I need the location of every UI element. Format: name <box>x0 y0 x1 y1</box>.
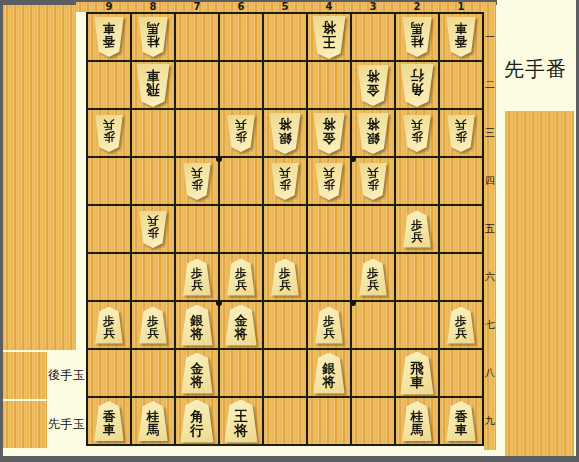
piece-sente-P-1g[interactable]: 歩兵 <box>446 307 476 344</box>
cell-1d[interactable] <box>440 158 482 204</box>
koma-wrap: 王将 <box>311 16 347 59</box>
piece-gote-B-2b[interactable]: 角行 <box>399 64 435 107</box>
gote-king-box[interactable] <box>3 352 47 399</box>
piece-gote-G-4c[interactable]: 金将 <box>312 113 346 154</box>
cell-4i[interactable] <box>308 398 350 444</box>
koma-wrap: 歩兵 <box>402 115 432 152</box>
cell-1f[interactable] <box>440 254 482 300</box>
piece-gote-P-3d[interactable]: 歩兵 <box>358 163 388 200</box>
hoshi-dot <box>216 156 222 162</box>
hoshi-dot <box>216 300 222 306</box>
cell-6a[interactable] <box>220 14 262 60</box>
cell-3g[interactable] <box>352 302 394 348</box>
gote-king-label: 後手玉 <box>48 367 86 384</box>
rank-label-5: 五 <box>484 223 496 235</box>
cell-4h[interactable]: 銀将 <box>308 350 350 396</box>
cell-7g[interactable]: 銀将 <box>176 302 218 348</box>
cell-6b[interactable] <box>220 62 262 108</box>
shogi-board: 香車桂馬王将桂馬香車飛車金将角行歩兵歩兵銀将金将銀将歩兵歩兵歩兵歩兵歩兵歩兵歩兵… <box>86 12 484 446</box>
cell-7e[interactable] <box>176 206 218 252</box>
rank-label-2: 二 <box>484 79 496 91</box>
koma-wrap: 歩兵 <box>182 259 212 296</box>
koma-wrap: 歩兵 <box>226 259 256 296</box>
koma-wrap: 歩兵 <box>226 115 256 152</box>
piece-sente-N-2i[interactable]: 桂馬 <box>401 401 433 441</box>
cell-9h[interactable] <box>88 350 130 396</box>
cell-3f[interactable]: 歩兵 <box>352 254 394 300</box>
cell-3e[interactable] <box>352 206 394 252</box>
hoshi-dot <box>350 300 356 306</box>
cell-8i[interactable]: 桂馬 <box>132 398 174 444</box>
koma-wrap: 桂馬 <box>401 401 433 441</box>
file-label-4: 4 <box>323 2 335 12</box>
koma-wrap: 歩兵 <box>270 259 300 296</box>
file-label-3: 3 <box>367 2 379 12</box>
cell-2c[interactable]: 歩兵 <box>396 110 438 156</box>
rank-label-1: 一 <box>484 31 496 43</box>
cell-4a[interactable]: 王将 <box>308 14 350 60</box>
piece-gote-S-3c[interactable]: 銀将 <box>356 113 390 154</box>
cell-8e[interactable]: 歩兵 <box>132 206 174 252</box>
piece-gote-P-6c[interactable]: 歩兵 <box>226 115 256 152</box>
cell-1e[interactable] <box>440 206 482 252</box>
rank-label-9: 九 <box>484 415 496 427</box>
cell-6g[interactable]: 金将 <box>220 302 262 348</box>
cell-5a[interactable] <box>264 14 306 60</box>
sente-komadai-tray[interactable] <box>505 111 574 456</box>
piece-sente-P-7f[interactable]: 歩兵 <box>182 259 212 296</box>
cell-3i[interactable] <box>352 398 394 444</box>
cell-1b[interactable] <box>440 62 482 108</box>
koma-wrap: 歩兵 <box>138 211 168 248</box>
koma-wrap: 歩兵 <box>402 211 432 248</box>
rank-label-strip: 一二三四五六七八九 <box>484 2 496 450</box>
piece-gote-P-7d[interactable]: 歩兵 <box>182 163 212 200</box>
koma-wrap: 桂馬 <box>401 17 433 57</box>
cell-5h[interactable] <box>264 350 306 396</box>
cell-4e[interactable] <box>308 206 350 252</box>
piece-sente-G-7h[interactable]: 金将 <box>180 353 214 394</box>
cell-3b[interactable]: 金将 <box>352 62 394 108</box>
koma-wrap: 桂馬 <box>137 401 169 441</box>
piece-sente-S-7g[interactable]: 銀将 <box>180 305 214 346</box>
piece-gote-N-8a[interactable]: 桂馬 <box>137 17 169 57</box>
file-label-6: 6 <box>235 2 247 12</box>
piece-gote-R-8b[interactable]: 飛車 <box>135 64 171 107</box>
koma-wrap: 金将 <box>180 353 214 394</box>
sente-king-label: 先手玉 <box>48 416 86 433</box>
cell-6f[interactable]: 歩兵 <box>220 254 262 300</box>
koma-wrap: 歩兵 <box>446 307 476 344</box>
sente-king-box[interactable] <box>3 401 47 448</box>
cell-4d[interactable]: 歩兵 <box>308 158 350 204</box>
cell-4g[interactable]: 歩兵 <box>308 302 350 348</box>
cell-7i[interactable]: 角行 <box>176 398 218 444</box>
cell-8d[interactable] <box>132 158 174 204</box>
piece-gote-K-4a[interactable]: 王将 <box>311 16 347 59</box>
shogi-app: 987654321 一二三四五六七八九 後手玉 先手玉 先手番 香車桂馬王将桂馬… <box>0 0 579 462</box>
cell-2h[interactable]: 飛車 <box>396 350 438 396</box>
koma-wrap: 歩兵 <box>358 163 388 200</box>
rank-label-6: 六 <box>484 271 496 283</box>
piece-gote-P-8e[interactable]: 歩兵 <box>138 211 168 248</box>
piece-gote-N-2a[interactable]: 桂馬 <box>401 17 433 57</box>
file-label-9: 9 <box>103 2 115 12</box>
rank-label-3: 三 <box>484 127 496 139</box>
cell-9b[interactable] <box>88 62 130 108</box>
cell-1h[interactable] <box>440 350 482 396</box>
cell-8h[interactable] <box>132 350 174 396</box>
cell-9d[interactable] <box>88 158 130 204</box>
koma-wrap: 銀将 <box>268 113 302 154</box>
cell-4c[interactable]: 金将 <box>308 110 350 156</box>
cell-7a[interactable] <box>176 14 218 60</box>
file-label-1: 1 <box>455 2 467 12</box>
cell-7f[interactable]: 歩兵 <box>176 254 218 300</box>
cell-7h[interactable]: 金将 <box>176 350 218 396</box>
piece-gote-L-9a[interactable]: 香車 <box>93 17 125 57</box>
outer-frame-bottom <box>0 456 579 462</box>
file-label-7: 7 <box>191 2 203 12</box>
rank-label-7: 七 <box>484 319 496 331</box>
rank-label-4: 四 <box>484 175 496 187</box>
koma-wrap: 桂馬 <box>137 17 169 57</box>
cell-5d[interactable]: 歩兵 <box>264 158 306 204</box>
cell-6h[interactable] <box>220 350 262 396</box>
cell-2g[interactable] <box>396 302 438 348</box>
piece-gote-G-3b[interactable]: 金将 <box>356 65 390 106</box>
koma-wrap: 香車 <box>93 401 125 441</box>
cell-2f[interactable] <box>396 254 438 300</box>
file-label-8: 8 <box>147 2 159 12</box>
cell-8a[interactable]: 桂馬 <box>132 14 174 60</box>
cell-8b[interactable]: 飛車 <box>132 62 174 108</box>
piece-sente-R-2h[interactable]: 飛車 <box>399 352 435 395</box>
piece-sente-N-8i[interactable]: 桂馬 <box>137 401 169 441</box>
cell-7b[interactable] <box>176 62 218 108</box>
cell-5b[interactable] <box>264 62 306 108</box>
cell-2a[interactable]: 桂馬 <box>396 14 438 60</box>
koma-wrap: 香車 <box>445 17 477 57</box>
gote-komadai-tray[interactable] <box>3 5 76 350</box>
cell-7c[interactable] <box>176 110 218 156</box>
cell-9c[interactable]: 歩兵 <box>88 110 130 156</box>
koma-wrap: 角行 <box>179 400 215 443</box>
cell-2e[interactable]: 歩兵 <box>396 206 438 252</box>
cell-6c[interactable]: 歩兵 <box>220 110 262 156</box>
cell-3c[interactable]: 銀将 <box>352 110 394 156</box>
cell-2d[interactable] <box>396 158 438 204</box>
koma-wrap: 銀将 <box>312 353 346 394</box>
hoshi-dot <box>350 156 356 162</box>
koma-wrap: 金将 <box>224 305 258 346</box>
cell-4b[interactable] <box>308 62 350 108</box>
koma-wrap: 金将 <box>356 65 390 106</box>
cell-5c[interactable]: 銀将 <box>264 110 306 156</box>
koma-wrap: 歩兵 <box>94 307 124 344</box>
koma-wrap: 銀将 <box>180 305 214 346</box>
cell-8c[interactable] <box>132 110 174 156</box>
koma-wrap: 金将 <box>312 113 346 154</box>
piece-gote-S-5c[interactable]: 銀将 <box>268 113 302 154</box>
piece-sente-G-6g[interactable]: 金将 <box>224 305 258 346</box>
cell-9a[interactable]: 香車 <box>88 14 130 60</box>
file-label-strip: 987654321 <box>76 2 496 12</box>
cell-5f[interactable]: 歩兵 <box>264 254 306 300</box>
koma-wrap: 飛車 <box>135 64 171 107</box>
koma-wrap: 香車 <box>93 17 125 57</box>
koma-wrap: 銀将 <box>356 113 390 154</box>
turn-indicator: 先手番 <box>504 56 567 83</box>
piece-sente-P-8g[interactable]: 歩兵 <box>138 307 168 344</box>
cell-1c[interactable]: 歩兵 <box>440 110 482 156</box>
piece-sente-L-1i[interactable]: 香車 <box>445 401 477 441</box>
cell-1a[interactable]: 香車 <box>440 14 482 60</box>
koma-wrap: 王将 <box>223 400 259 443</box>
cell-6i[interactable]: 王将 <box>220 398 262 444</box>
piece-gote-P-4d[interactable]: 歩兵 <box>314 163 344 200</box>
piece-gote-P-5d[interactable]: 歩兵 <box>270 163 300 200</box>
piece-sente-P-3f[interactable]: 歩兵 <box>358 259 388 296</box>
cell-9i[interactable]: 香車 <box>88 398 130 444</box>
cell-9f[interactable] <box>88 254 130 300</box>
cell-9g[interactable]: 歩兵 <box>88 302 130 348</box>
piece-gote-L-1a[interactable]: 香車 <box>445 17 477 57</box>
cell-2i[interactable]: 桂馬 <box>396 398 438 444</box>
cell-7d[interactable]: 歩兵 <box>176 158 218 204</box>
koma-wrap: 香車 <box>445 401 477 441</box>
piece-sente-P-5f[interactable]: 歩兵 <box>270 259 300 296</box>
cell-3a[interactable] <box>352 14 394 60</box>
koma-wrap: 歩兵 <box>94 115 124 152</box>
cell-1g[interactable]: 歩兵 <box>440 302 482 348</box>
piece-gote-P-2c[interactable]: 歩兵 <box>402 115 432 152</box>
cell-3h[interactable] <box>352 350 394 396</box>
koma-wrap: 歩兵 <box>270 163 300 200</box>
piece-sente-P-9g[interactable]: 歩兵 <box>94 307 124 344</box>
piece-sente-L-9i[interactable]: 香車 <box>93 401 125 441</box>
rank-label-8: 八 <box>484 367 496 379</box>
koma-wrap: 歩兵 <box>314 163 344 200</box>
cell-1i[interactable]: 香車 <box>440 398 482 444</box>
piece-gote-P-9c[interactable]: 歩兵 <box>94 115 124 152</box>
cell-5g[interactable] <box>264 302 306 348</box>
piece-sente-P-2e[interactable]: 歩兵 <box>402 211 432 248</box>
cell-6e[interactable] <box>220 206 262 252</box>
cell-8f[interactable] <box>132 254 174 300</box>
cell-5e[interactable] <box>264 206 306 252</box>
file-label-5: 5 <box>279 2 291 12</box>
cell-8g[interactable]: 歩兵 <box>132 302 174 348</box>
koma-wrap: 歩兵 <box>138 307 168 344</box>
piece-sente-P-6f[interactable]: 歩兵 <box>226 259 256 296</box>
cell-4f[interactable] <box>308 254 350 300</box>
cell-2b[interactable]: 角行 <box>396 62 438 108</box>
piece-sente-S-4h[interactable]: 銀将 <box>312 353 346 394</box>
koma-wrap: 飛車 <box>399 352 435 395</box>
cell-6d[interactable] <box>220 158 262 204</box>
koma-wrap: 角行 <box>399 64 435 107</box>
piece-sente-B-7i[interactable]: 角行 <box>179 400 215 443</box>
file-label-2: 2 <box>411 2 423 12</box>
koma-wrap: 歩兵 <box>314 307 344 344</box>
piece-sente-P-4g[interactable]: 歩兵 <box>314 307 344 344</box>
koma-wrap: 歩兵 <box>446 115 476 152</box>
cell-5i[interactable] <box>264 398 306 444</box>
cell-3d[interactable]: 歩兵 <box>352 158 394 204</box>
piece-gote-P-1c[interactable]: 歩兵 <box>446 115 476 152</box>
koma-wrap: 歩兵 <box>358 259 388 296</box>
koma-wrap: 歩兵 <box>182 163 212 200</box>
piece-sente-K-6i[interactable]: 王将 <box>223 400 259 443</box>
cell-9e[interactable] <box>88 206 130 252</box>
